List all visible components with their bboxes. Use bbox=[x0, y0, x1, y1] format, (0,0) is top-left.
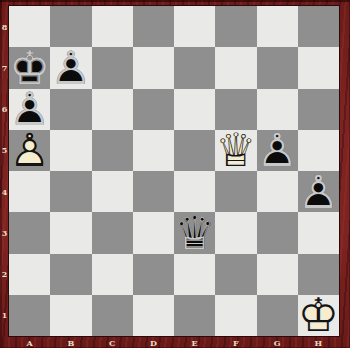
square-e6[interactable] bbox=[174, 89, 215, 130]
square-f1[interactable] bbox=[215, 295, 256, 336]
square-a3[interactable] bbox=[9, 212, 50, 253]
square-c1[interactable] bbox=[92, 295, 133, 336]
square-a5[interactable]: ♟♙ bbox=[9, 130, 50, 171]
square-d3[interactable] bbox=[133, 212, 174, 253]
square-f4[interactable] bbox=[215, 171, 256, 212]
chess-board: ♚♔♟♙♟♙♟♙♛♕♟♙♟♙♛♕♚♔ bbox=[9, 6, 339, 336]
rank-label-3: 3 bbox=[0, 212, 9, 253]
square-e8[interactable] bbox=[174, 6, 215, 47]
square-f3[interactable] bbox=[215, 212, 256, 253]
square-a4[interactable] bbox=[9, 171, 50, 212]
rank-label-2: 2 bbox=[0, 254, 9, 295]
square-g5[interactable]: ♟♙ bbox=[257, 130, 298, 171]
square-d8[interactable] bbox=[133, 6, 174, 47]
rank-label-4: 4 bbox=[0, 171, 9, 212]
white-king[interactable]: ♚♔ bbox=[298, 295, 339, 336]
square-h1[interactable]: ♚♔ bbox=[298, 295, 339, 336]
square-c2[interactable] bbox=[92, 254, 133, 295]
file-label-f: F bbox=[215, 337, 256, 348]
rank-label-8: 8 bbox=[0, 6, 9, 47]
square-d7[interactable] bbox=[133, 47, 174, 88]
square-e1[interactable] bbox=[174, 295, 215, 336]
black-queen[interactable]: ♛♕ bbox=[174, 212, 215, 253]
rank-label-6: 6 bbox=[0, 89, 9, 130]
file-labels: ABCDEFGH bbox=[9, 337, 339, 348]
piece-outline-glyph: ♔ bbox=[298, 295, 339, 336]
square-d5[interactable] bbox=[133, 130, 174, 171]
piece-outline-glyph: ♙ bbox=[298, 171, 339, 212]
square-g3[interactable] bbox=[257, 212, 298, 253]
square-c5[interactable] bbox=[92, 130, 133, 171]
black-pawn[interactable]: ♟♙ bbox=[50, 47, 91, 88]
file-label-b: B bbox=[50, 337, 91, 348]
white-pawn[interactable]: ♟♙ bbox=[9, 130, 50, 171]
piece-outline-glyph: ♙ bbox=[257, 130, 298, 171]
file-label-a: A bbox=[9, 337, 50, 348]
square-f2[interactable] bbox=[215, 254, 256, 295]
square-c7[interactable] bbox=[92, 47, 133, 88]
piece-outline-glyph: ♙ bbox=[50, 47, 91, 88]
square-g4[interactable] bbox=[257, 171, 298, 212]
square-a2[interactable] bbox=[9, 254, 50, 295]
square-f8[interactable] bbox=[215, 6, 256, 47]
square-e5[interactable] bbox=[174, 130, 215, 171]
square-e2[interactable] bbox=[174, 254, 215, 295]
square-g1[interactable] bbox=[257, 295, 298, 336]
chess-board-frame: ♚♔♟♙♟♙♟♙♛♕♟♙♟♙♛♕♚♔ 87654321 ABCDEFGH bbox=[0, 0, 350, 348]
square-b6[interactable] bbox=[50, 89, 91, 130]
file-label-g: G bbox=[257, 337, 298, 348]
square-b4[interactable] bbox=[50, 171, 91, 212]
square-g8[interactable] bbox=[257, 6, 298, 47]
rank-label-5: 5 bbox=[0, 130, 9, 171]
square-d1[interactable] bbox=[133, 295, 174, 336]
piece-outline-glyph: ♕ bbox=[215, 130, 256, 171]
square-c3[interactable] bbox=[92, 212, 133, 253]
square-b7[interactable]: ♟♙ bbox=[50, 47, 91, 88]
square-b3[interactable] bbox=[50, 212, 91, 253]
white-queen[interactable]: ♛♕ bbox=[215, 130, 256, 171]
square-f7[interactable] bbox=[215, 47, 256, 88]
square-h6[interactable] bbox=[298, 89, 339, 130]
square-h8[interactable] bbox=[298, 6, 339, 47]
square-h4[interactable]: ♟♙ bbox=[298, 171, 339, 212]
square-g2[interactable] bbox=[257, 254, 298, 295]
piece-outline-glyph: ♙ bbox=[9, 130, 50, 171]
black-pawn[interactable]: ♟♙ bbox=[257, 130, 298, 171]
rank-label-1: 1 bbox=[0, 295, 9, 336]
file-label-d: D bbox=[133, 337, 174, 348]
square-e7[interactable] bbox=[174, 47, 215, 88]
file-label-h: H bbox=[298, 337, 339, 348]
square-b1[interactable] bbox=[50, 295, 91, 336]
square-e3[interactable]: ♛♕ bbox=[174, 212, 215, 253]
piece-outline-glyph: ♕ bbox=[174, 212, 215, 253]
square-a1[interactable] bbox=[9, 295, 50, 336]
square-b5[interactable] bbox=[50, 130, 91, 171]
square-h3[interactable] bbox=[298, 212, 339, 253]
square-b2[interactable] bbox=[50, 254, 91, 295]
square-f5[interactable]: ♛♕ bbox=[215, 130, 256, 171]
square-h7[interactable] bbox=[298, 47, 339, 88]
square-d2[interactable] bbox=[133, 254, 174, 295]
square-d6[interactable] bbox=[133, 89, 174, 130]
square-c4[interactable] bbox=[92, 171, 133, 212]
file-label-c: C bbox=[92, 337, 133, 348]
file-label-e: E bbox=[174, 337, 215, 348]
square-c6[interactable] bbox=[92, 89, 133, 130]
square-d4[interactable] bbox=[133, 171, 174, 212]
square-c8[interactable] bbox=[92, 6, 133, 47]
square-g7[interactable] bbox=[257, 47, 298, 88]
rank-labels: 87654321 bbox=[0, 6, 9, 336]
black-pawn[interactable]: ♟♙ bbox=[298, 171, 339, 212]
rank-label-7: 7 bbox=[0, 47, 9, 88]
